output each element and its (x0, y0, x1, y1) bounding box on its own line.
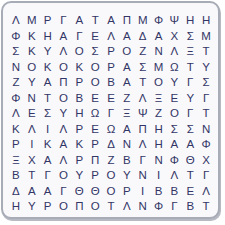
grid-cell[interactable]: Α (119, 122, 135, 138)
grid-cell[interactable]: Τ (24, 168, 40, 184)
grid-cell[interactable]: Α (182, 137, 198, 153)
grid-cell[interactable]: Σ (135, 60, 151, 76)
grid-cell[interactable]: Β (119, 153, 135, 169)
grid-cell[interactable]: Λ (166, 44, 182, 60)
grid-cell[interactable]: Ξ (8, 153, 24, 169)
grid-cell[interactable]: Η (40, 29, 56, 45)
grid-cell[interactable]: Σ (40, 106, 56, 122)
grid-cell[interactable]: Ω (87, 106, 103, 122)
grid-cell[interactable]: Π (119, 13, 135, 29)
grid-cell[interactable]: Τ (87, 13, 103, 29)
grid-cell[interactable]: Ο (56, 168, 72, 184)
grid-cell[interactable]: Υ (119, 168, 135, 184)
grid-cell[interactable]: Ο (151, 75, 167, 91)
grid-cell[interactable]: Η (8, 199, 24, 215)
grid-cell[interactable]: Δ (8, 184, 24, 200)
grid-cell[interactable]: Ν (8, 60, 24, 76)
grid-cell[interactable]: Χ (24, 153, 40, 169)
grid-cell[interactable]: Θ (87, 184, 103, 200)
grid-cell[interactable]: Β (8, 168, 24, 184)
grid-cell[interactable]: Ι (40, 122, 56, 138)
grid-cell[interactable]: Α (40, 75, 56, 91)
grid-cell[interactable]: Γ (71, 29, 87, 45)
grid-cell[interactable]: Ρ (71, 75, 87, 91)
grid-cell[interactable]: Π (87, 153, 103, 169)
grid-cell[interactable]: Κ (8, 122, 24, 138)
grid-cell[interactable]: Τ (198, 199, 214, 215)
grid-cell[interactable]: Ρ (103, 44, 119, 60)
grid-cell[interactable]: Σ (182, 29, 198, 45)
grid-cell[interactable]: Χ (166, 29, 182, 45)
grid-cell[interactable]: Ν (24, 91, 40, 107)
grid-cell[interactable]: Ο (56, 60, 72, 76)
grid-cell[interactable]: Ε (87, 91, 103, 107)
grid-cell[interactable]: Ζ (151, 106, 167, 122)
grid-cell[interactable]: Γ (135, 153, 151, 169)
grid-cell[interactable]: Η (71, 106, 87, 122)
grid-cell[interactable]: Β (182, 199, 198, 215)
grid-cell[interactable]: Ε (166, 91, 182, 107)
grid-cell[interactable]: Λ (56, 153, 72, 169)
grid-cell[interactable]: Ο (119, 44, 135, 60)
grid-cell[interactable]: Γ (198, 91, 214, 107)
grid-cell[interactable]: Α (103, 13, 119, 29)
grid-cell[interactable]: Ρ (8, 137, 24, 153)
grid-cell[interactable]: Α (56, 29, 72, 45)
grid-cell[interactable]: Η (151, 137, 167, 153)
grid-cell[interactable]: Π (135, 122, 151, 138)
word-search-board: ΛΜΡΓΑΤΑΠΜΦΨΗΗΦΚΗΑΓΕΛΑΔΑΧΣΜΣΚΥΛΟΣΡΟΖΝΛΞΤΝ… (1, 1, 220, 219)
grid-cell[interactable]: Λ (166, 168, 182, 184)
grid-cell[interactable]: Κ (24, 29, 40, 45)
grid-cell[interactable]: Μ (198, 29, 214, 45)
grid-cell[interactable]: Ν (135, 199, 151, 215)
grid-cell[interactable]: Ω (166, 60, 182, 76)
grid-cell[interactable]: Ρ (71, 153, 87, 169)
grid-cell[interactable]: Α (166, 137, 182, 153)
grid-cell[interactable]: Ν (135, 168, 151, 184)
grid-cell[interactable]: Α (151, 29, 167, 45)
grid-cell[interactable]: Δ (103, 137, 119, 153)
grid-cell[interactable]: Ρ (87, 137, 103, 153)
grid-cell[interactable]: Ο (56, 199, 72, 215)
grid-cell[interactable]: Γ (182, 106, 198, 122)
grid-cell[interactable]: Η (198, 13, 214, 29)
grid-cell[interactable]: Υ (24, 75, 40, 91)
grid-cell[interactable]: Ν (198, 122, 214, 138)
grid-cell[interactable]: Α (119, 60, 135, 76)
grid-cell[interactable]: Τ (135, 75, 151, 91)
grid-cell[interactable]: Σ (87, 44, 103, 60)
grid-cell[interactable]: Κ (71, 137, 87, 153)
grid-cell[interactable]: Σ (198, 75, 214, 91)
grid-cell[interactable]: Η (182, 13, 198, 29)
grid-cell[interactable]: Λ (56, 44, 72, 60)
grid-cell[interactable]: Τ (198, 106, 214, 122)
grid-cell[interactable]: Σ (182, 122, 198, 138)
grid-cell[interactable]: Ο (166, 106, 182, 122)
letter-grid: ΛΜΡΓΑΤΑΠΜΦΨΗΗΦΚΗΑΓΕΛΑΔΑΧΣΜΣΚΥΛΟΣΡΟΖΝΛΞΤΝ… (8, 13, 214, 215)
grid-cell[interactable]: Ε (182, 184, 198, 200)
grid-cell[interactable]: Ρ (40, 13, 56, 29)
grid-cell[interactable]: Σ (8, 44, 24, 60)
grid-cell[interactable]: Ζ (119, 91, 135, 107)
grid-cell[interactable]: Λ (8, 106, 24, 122)
grid-cell[interactable]: Ρ (40, 199, 56, 215)
grid-cell[interactable]: Α (56, 137, 72, 153)
grid-cell[interactable]: Χ (198, 153, 214, 169)
grid-cell[interactable]: Η (151, 122, 167, 138)
grid-cell[interactable]: Γ (56, 184, 72, 200)
grid-cell[interactable]: Λ (56, 122, 72, 138)
grid-cell[interactable]: Γ (198, 168, 214, 184)
grid-cell[interactable]: Λ (119, 199, 135, 215)
grid-cell[interactable]: Ψ (135, 106, 151, 122)
grid-cell[interactable]: Τ (198, 44, 214, 60)
grid-cell[interactable]: Ν (151, 44, 167, 60)
grid-cell[interactable]: Β (103, 75, 119, 91)
grid-cell[interactable]: Ξ (151, 91, 167, 107)
grid-cell[interactable]: Σ (166, 122, 182, 138)
grid-cell[interactable]: Φ (151, 199, 167, 215)
grid-cell[interactable]: Α (71, 13, 87, 29)
grid-cell[interactable]: Γ (166, 199, 182, 215)
grid-cell[interactable]: Μ (151, 60, 167, 76)
grid-cell[interactable]: Μ (135, 13, 151, 29)
grid-cell[interactable]: Ο (103, 168, 119, 184)
grid-cell[interactable]: Τ (40, 91, 56, 107)
grid-cell[interactable]: Ι (24, 137, 40, 153)
grid-cell[interactable]: Ω (103, 122, 119, 138)
grid-cell[interactable]: Ζ (103, 153, 119, 169)
grid-cell[interactable]: Υ (40, 44, 56, 60)
grid-cell[interactable]: Κ (40, 60, 56, 76)
grid-cell[interactable]: Ν (119, 137, 135, 153)
grid-cell[interactable]: Κ (24, 44, 40, 60)
grid-cell[interactable]: Ζ (135, 44, 151, 60)
grid-cell[interactable]: Φ (151, 13, 167, 29)
grid-cell[interactable]: Γ (182, 75, 198, 91)
grid-cell[interactable]: Φ (198, 137, 214, 153)
grid-cell[interactable]: Ι (135, 184, 151, 200)
grid-cell[interactable]: Τ (182, 168, 198, 184)
grid-cell[interactable]: Ο (24, 60, 40, 76)
grid-cell[interactable]: Ρ (119, 184, 135, 200)
grid-cell[interactable]: Μ (24, 13, 40, 29)
grid-cell[interactable]: Υ (198, 60, 214, 76)
grid-cell[interactable]: Ι (151, 168, 167, 184)
grid-cell[interactable]: Υ (166, 75, 182, 91)
grid-cell[interactable]: Λ (8, 13, 24, 29)
grid-cell[interactable]: Α (24, 184, 40, 200)
grid-cell[interactable]: Φ (166, 153, 182, 169)
grid-cell[interactable]: Α (119, 75, 135, 91)
grid-cell[interactable]: Ρ (103, 60, 119, 76)
grid-cell[interactable]: Α (40, 153, 56, 169)
grid-cell[interactable]: Β (151, 184, 167, 200)
grid-cell[interactable]: Φ (8, 29, 24, 45)
grid-cell[interactable]: Ζ (8, 75, 24, 91)
grid-cell[interactable]: Τ (182, 60, 198, 76)
grid-cell[interactable]: Π (56, 75, 72, 91)
grid-cell[interactable]: Φ (8, 91, 24, 107)
grid-cell[interactable]: Ε (103, 91, 119, 107)
grid-cell[interactable]: Γ (40, 168, 56, 184)
grid-cell[interactable]: Ξ (182, 44, 198, 60)
grid-cell[interactable]: Υ (24, 199, 40, 215)
grid-cell[interactable]: Ο (87, 199, 103, 215)
grid-cell[interactable]: Π (71, 199, 87, 215)
grid-cell[interactable]: Ρ (87, 168, 103, 184)
grid-cell[interactable]: Κ (71, 60, 87, 76)
grid-cell[interactable]: Γ (103, 106, 119, 122)
grid-cell[interactable]: Β (166, 184, 182, 200)
grid-cell[interactable]: Υ (56, 106, 72, 122)
grid-cell[interactable]: Ο (71, 44, 87, 60)
grid-cell[interactable]: Ρ (71, 122, 87, 138)
grid-cell[interactable]: Ε (24, 106, 40, 122)
grid-cell[interactable]: Λ (103, 29, 119, 45)
grid-cell[interactable]: Ξ (119, 106, 135, 122)
grid-cell[interactable]: Λ (198, 184, 214, 200)
grid-cell[interactable]: Θ (182, 153, 198, 169)
grid-cell[interactable]: Τ (103, 199, 119, 215)
grid-cell[interactable]: Λ (24, 122, 40, 138)
grid-cell[interactable]: Ψ (166, 13, 182, 29)
grid-cell[interactable]: Β (71, 91, 87, 107)
grid-cell[interactable]: Ν (151, 153, 167, 169)
grid-cell[interactable]: Ο (56, 91, 72, 107)
grid-cell[interactable]: Ο (87, 75, 103, 91)
grid-cell[interactable]: Θ (71, 184, 87, 200)
grid-cell[interactable]: Κ (40, 137, 56, 153)
grid-cell[interactable]: Ο (103, 184, 119, 200)
grid-cell[interactable]: Λ (135, 137, 151, 153)
grid-cell[interactable]: Γ (56, 13, 72, 29)
grid-cell[interactable]: Α (119, 29, 135, 45)
grid-cell[interactable]: Λ (135, 91, 151, 107)
grid-cell[interactable]: Ο (87, 60, 103, 76)
grid-cell[interactable]: Α (40, 184, 56, 200)
grid-cell[interactable]: Υ (71, 168, 87, 184)
grid-cell[interactable]: Ε (87, 122, 103, 138)
grid-cell[interactable]: Δ (135, 29, 151, 45)
grid-cell[interactable]: Υ (182, 91, 198, 107)
grid-cell[interactable]: Ε (87, 29, 103, 45)
